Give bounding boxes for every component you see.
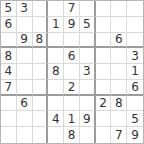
sudoku-cell-empty[interactable]	[17, 64, 33, 80]
sudoku-cell-empty[interactable]	[64, 96, 80, 112]
sudoku-cell-given: 8	[111, 96, 127, 112]
sudoku-cell-empty[interactable]	[96, 80, 112, 96]
sudoku-cell-given: 9	[80, 111, 96, 127]
sudoku-cell-empty[interactable]	[127, 96, 143, 112]
sudoku-cell-given: 3	[80, 64, 96, 80]
sudoku-cell-empty[interactable]	[96, 33, 112, 49]
sudoku-cell-empty[interactable]	[80, 33, 96, 49]
sudoku-cell-given: 8	[64, 127, 80, 143]
sudoku-cell-empty[interactable]	[64, 33, 80, 49]
sudoku-cell-empty[interactable]	[80, 80, 96, 96]
sudoku-cell-empty[interactable]	[1, 111, 17, 127]
sudoku-cell-given: 6	[17, 96, 33, 112]
sudoku-cell-given: 1	[64, 111, 80, 127]
sudoku-cell-empty[interactable]	[17, 48, 33, 64]
sudoku-cell-empty[interactable]	[17, 111, 33, 127]
sudoku-cell-empty[interactable]	[33, 1, 49, 17]
sudoku-cell-given: 7	[1, 80, 17, 96]
sudoku-cell-empty[interactable]	[127, 17, 143, 33]
sudoku-cell-given: 9	[64, 17, 80, 33]
sudoku-cell-empty[interactable]	[96, 127, 112, 143]
sudoku-cell-empty[interactable]	[33, 48, 49, 64]
sudoku-cell-empty[interactable]	[96, 17, 112, 33]
sudoku-cell-given: 3	[127, 48, 143, 64]
sudoku-cell-empty[interactable]	[33, 17, 49, 33]
sudoku-cell-empty[interactable]	[17, 80, 33, 96]
sudoku-cell-given: 6	[1, 17, 17, 33]
sudoku-cell-given: 1	[127, 64, 143, 80]
sudoku-cell-given: 7	[64, 1, 80, 17]
sudoku-cell-empty[interactable]	[80, 127, 96, 143]
sudoku-cell-empty[interactable]	[1, 127, 17, 143]
sudoku-cell-empty[interactable]	[80, 48, 96, 64]
sudoku-cell-empty[interactable]	[127, 1, 143, 17]
sudoku-board: 537619598686348317266284195879	[0, 0, 144, 144]
sudoku-cell-empty[interactable]	[33, 64, 49, 80]
sudoku-cell-empty[interactable]	[48, 1, 64, 17]
sudoku-cell-given: 7	[111, 127, 127, 143]
sudoku-cell-empty[interactable]	[1, 96, 17, 112]
sudoku-cell-empty[interactable]	[111, 48, 127, 64]
sudoku-cell-empty[interactable]	[17, 17, 33, 33]
sudoku-cell-empty[interactable]	[48, 96, 64, 112]
sudoku-cell-empty[interactable]	[127, 33, 143, 49]
sudoku-cell-empty[interactable]	[33, 127, 49, 143]
sudoku-cell-given: 1	[48, 17, 64, 33]
sudoku-cell-empty[interactable]	[48, 48, 64, 64]
sudoku-cell-given: 8	[33, 33, 49, 49]
sudoku-cell-given: 6	[127, 80, 143, 96]
sudoku-cell-empty[interactable]	[96, 64, 112, 80]
sudoku-cell-empty[interactable]	[96, 48, 112, 64]
sudoku-cell-empty[interactable]	[1, 33, 17, 49]
sudoku-cell-given: 2	[96, 96, 112, 112]
sudoku-cell-given: 5	[80, 17, 96, 33]
sudoku-cell-given: 9	[17, 33, 33, 49]
sudoku-cell-empty[interactable]	[48, 33, 64, 49]
sudoku-cell-given: 9	[127, 127, 143, 143]
sudoku-cell-given: 8	[48, 64, 64, 80]
sudoku-cell-empty[interactable]	[17, 127, 33, 143]
sudoku-cell-empty[interactable]	[111, 80, 127, 96]
sudoku-cell-given: 6	[64, 48, 80, 64]
sudoku-cell-empty[interactable]	[111, 64, 127, 80]
sudoku-cell-empty[interactable]	[33, 111, 49, 127]
sudoku-cell-given: 5	[1, 1, 17, 17]
sudoku-cell-given: 6	[111, 33, 127, 49]
sudoku-cell-empty[interactable]	[80, 96, 96, 112]
sudoku-cell-empty[interactable]	[33, 80, 49, 96]
sudoku-cell-given: 2	[64, 80, 80, 96]
sudoku-cell-empty[interactable]	[111, 111, 127, 127]
sudoku-cell-empty[interactable]	[111, 1, 127, 17]
sudoku-cell-empty[interactable]	[80, 1, 96, 17]
sudoku-cell-empty[interactable]	[96, 1, 112, 17]
sudoku-cell-empty[interactable]	[48, 80, 64, 96]
sudoku-cell-given: 8	[1, 48, 17, 64]
sudoku-cell-empty[interactable]	[48, 127, 64, 143]
sudoku-cell-given: 3	[17, 1, 33, 17]
sudoku-cell-empty[interactable]	[64, 64, 80, 80]
sudoku-cell-empty[interactable]	[33, 96, 49, 112]
sudoku-cell-empty[interactable]	[111, 17, 127, 33]
sudoku-cell-given: 4	[48, 111, 64, 127]
sudoku-cell-given: 5	[127, 111, 143, 127]
sudoku-cell-given: 4	[1, 64, 17, 80]
sudoku-cell-empty[interactable]	[96, 111, 112, 127]
